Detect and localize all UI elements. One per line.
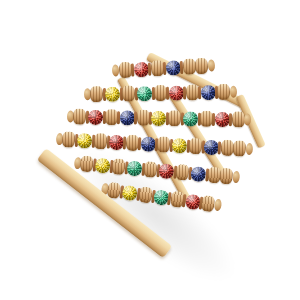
wood-grooved-roller xyxy=(195,58,209,75)
wood-grooved-roller xyxy=(90,86,103,102)
wood-grooved-roller xyxy=(136,110,149,126)
spiky-roller-red xyxy=(169,85,184,100)
product-photo-wooden-foot-massager xyxy=(0,0,300,300)
spiky-roller-blue xyxy=(204,139,220,155)
wood-grooved-roller xyxy=(154,85,167,101)
wood-grooved-roller xyxy=(175,164,189,181)
wood-end-bead xyxy=(232,171,240,184)
spiky-roller-red xyxy=(158,163,174,179)
wood-end-bead xyxy=(214,199,223,212)
wood-grooved-roller xyxy=(231,111,244,127)
wood-end-bead xyxy=(207,59,215,71)
wood-grooved-roller xyxy=(217,84,230,100)
spiky-roller-green xyxy=(126,160,142,176)
massager-row-3 xyxy=(66,105,249,130)
spiky-roller-red xyxy=(109,134,125,150)
wood-grooved-roller xyxy=(94,133,108,150)
wood-grooved-roller xyxy=(219,168,233,185)
wood-grooved-roller xyxy=(220,140,234,157)
wood-grooved-roller xyxy=(189,138,203,155)
spiky-roller-yellow xyxy=(94,157,110,173)
wood-grooved-roller xyxy=(122,85,135,101)
wood-grooved-roller xyxy=(199,111,212,127)
spiky-roller-red xyxy=(88,109,103,124)
wood-grooved-roller xyxy=(182,58,196,75)
wood-end-bead xyxy=(245,143,253,155)
spiky-roller-blue xyxy=(190,166,206,182)
wood-end-bead xyxy=(243,113,250,125)
wood-grooved-roller xyxy=(186,84,199,100)
spiky-roller-yellow xyxy=(151,110,166,125)
wood-grooved-roller xyxy=(143,161,157,178)
massager-row-2 xyxy=(84,81,236,106)
wood-end-bead xyxy=(230,86,237,98)
spiky-roller-blue xyxy=(140,136,156,152)
spiky-roller-yellow xyxy=(105,86,120,101)
spiky-roller-green xyxy=(182,111,197,126)
wood-grooved-roller xyxy=(207,167,221,184)
spiky-roller-yellow xyxy=(77,132,93,148)
wood-grooved-roller xyxy=(104,109,117,125)
spiky-roller-blue xyxy=(119,110,134,125)
wood-grooved-roller xyxy=(111,158,125,175)
spiky-roller-red xyxy=(214,111,229,126)
wood-grooved-roller xyxy=(73,109,86,125)
spiky-roller-red xyxy=(133,61,149,77)
spiky-roller-blue xyxy=(200,85,215,100)
spiky-roller-blue xyxy=(165,60,181,76)
wood-grooved-roller xyxy=(233,140,247,157)
spiky-roller-green xyxy=(137,86,152,101)
spiky-roller-yellow xyxy=(172,137,188,153)
wood-grooved-roller xyxy=(168,110,181,126)
